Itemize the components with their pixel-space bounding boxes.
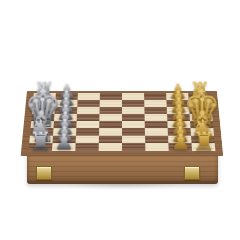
board-square — [99, 128, 122, 135]
board-square — [122, 114, 145, 121]
piece-silver-pawn: ♟ — [52, 143, 76, 151]
piece-gold-pawn: ♟ — [168, 143, 192, 151]
chess-board-3d: ♜♞♝♚♛♝♞♜♟♟♟♟♟♟♟♟♟♟♟♟♟♟♟♟♜♞♝♚♛♝♞♜ — [21, 91, 224, 156]
board-square — [78, 93, 100, 100]
board-square — [145, 143, 169, 151]
board-square — [76, 136, 99, 143]
board-square — [144, 100, 167, 107]
board-square — [77, 107, 100, 114]
board-square — [99, 143, 122, 151]
board-square — [145, 114, 168, 121]
product-photo: ♜♞♝♚♛♝♞♜♟♟♟♟♟♟♟♟♟♟♟♟♟♟♟♟♜♞♝♚♛♝♞♜ — [0, 0, 240, 240]
board-square — [122, 93, 144, 100]
board-square — [122, 121, 145, 128]
board-square — [122, 128, 145, 135]
board-square — [99, 114, 122, 121]
board-square — [145, 128, 168, 135]
board-square — [100, 93, 122, 100]
piece-silver-rook: ♜ — [29, 143, 53, 151]
board-square — [122, 136, 145, 143]
board-square — [77, 114, 100, 121]
board-square — [76, 121, 99, 128]
board-square — [99, 136, 122, 143]
board-square — [75, 143, 99, 151]
board-square — [77, 100, 100, 107]
brass-latch-left-icon — [36, 166, 52, 180]
board-square — [145, 121, 168, 128]
board-square — [145, 136, 168, 143]
board-square — [144, 107, 167, 114]
board-square — [100, 100, 122, 107]
board-square — [99, 107, 122, 114]
board-square — [144, 93, 166, 100]
board-square — [99, 121, 122, 128]
board-square — [122, 143, 145, 151]
piece-gold-rook: ♜ — [192, 143, 216, 151]
board-square — [122, 100, 144, 107]
board-square — [122, 107, 145, 114]
board-square — [76, 128, 99, 135]
brass-latch-right-icon — [184, 166, 200, 180]
